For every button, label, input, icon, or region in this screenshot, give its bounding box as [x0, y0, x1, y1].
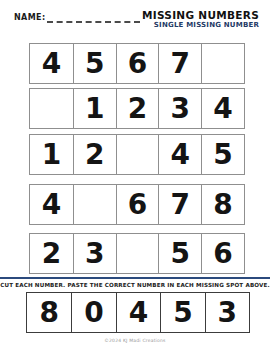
name-write-line[interactable] [47, 12, 140, 23]
number-cell: 3 [73, 234, 116, 273]
number-cell: 5 [201, 135, 244, 174]
sequence-row-2: 1234 [29, 88, 245, 129]
missing-spot[interactable] [201, 44, 244, 83]
sequence-row-1: 4567 [29, 43, 245, 84]
number-cell: 2 [73, 135, 116, 174]
sequence-row-3: 1245 [29, 134, 245, 175]
answer-tile[interactable]: 3 [205, 293, 249, 332]
answer-tile[interactable]: 0 [71, 293, 115, 332]
number-cell: 4 [158, 135, 201, 174]
number-cell: 6 [116, 44, 159, 83]
page-title: MISSING NUMBERS [142, 10, 259, 21]
number-cell: 4 [30, 44, 73, 83]
missing-spot[interactable] [116, 234, 159, 273]
missing-spot[interactable] [30, 89, 73, 128]
number-cell: 4 [30, 185, 73, 224]
number-cell: 7 [158, 185, 201, 224]
number-cell: 8 [201, 185, 244, 224]
number-cell: 2 [30, 234, 73, 273]
number-cell: 1 [73, 89, 116, 128]
missing-spot[interactable] [116, 135, 159, 174]
sequence-row-5: 2356 [29, 233, 245, 274]
title-block: MISSING NUMBERS SINGLE MISSING NUMBER [142, 10, 259, 30]
answer-strip: 80453 [26, 292, 250, 333]
copyright-text: ©2024 KJ Madi Creations [0, 338, 270, 343]
section-divider-line [0, 277, 270, 279]
page-subtitle: SINGLE MISSING NUMBER [142, 21, 259, 30]
number-cell: 6 [201, 234, 244, 273]
number-cell: 3 [158, 89, 201, 128]
answer-tile[interactable]: 5 [160, 293, 204, 332]
number-cell: 5 [158, 234, 201, 273]
number-cell: 7 [158, 44, 201, 83]
number-cell: 1 [30, 135, 73, 174]
name-label: NAME: [14, 13, 46, 22]
number-cell: 5 [73, 44, 116, 83]
sequence-row-4: 4678 [29, 184, 245, 225]
answer-tile[interactable]: 8 [27, 293, 71, 332]
number-cell: 6 [116, 185, 159, 224]
number-cell: 2 [116, 89, 159, 128]
number-cell: 4 [201, 89, 244, 128]
instruction-text: CUT EACH NUMBER. PASTE THE CORRECT NUMBE… [0, 282, 270, 288]
answer-tile[interactable]: 4 [116, 293, 160, 332]
missing-spot[interactable] [73, 185, 116, 224]
